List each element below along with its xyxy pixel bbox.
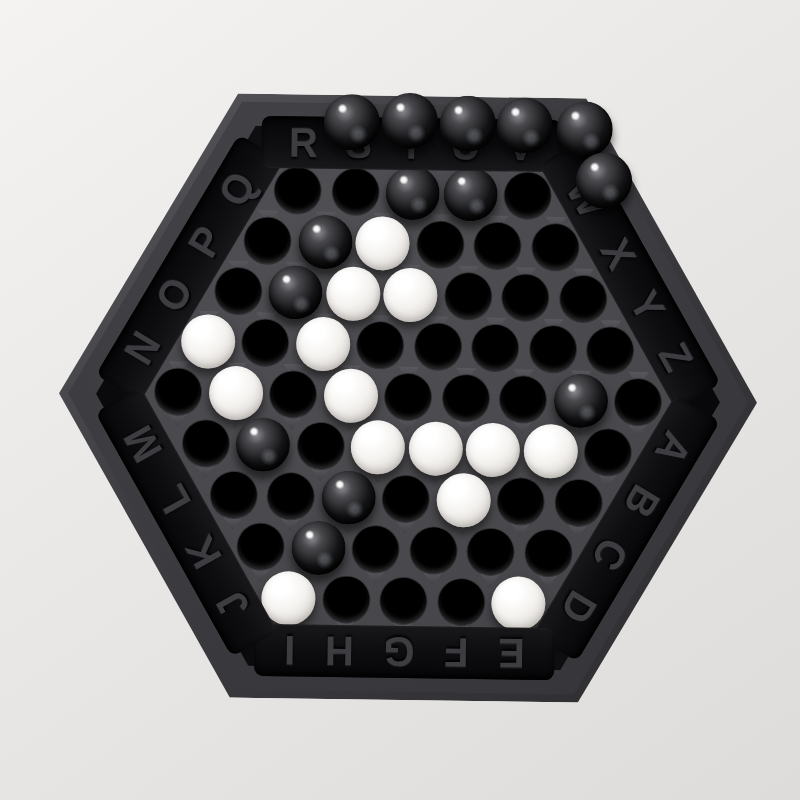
captured-black-marble[interactable] [323, 94, 380, 151]
abalone-board-photo: NOPQRSTUVWXYZABCDEFGHIJKLM [0, 0, 800, 800]
captured-black-marble[interactable] [556, 101, 613, 158]
captured-black-marble[interactable] [576, 152, 633, 209]
captured-black-marble[interactable] [381, 93, 438, 150]
captured-marbles-tray [0, 0, 800, 800]
captured-black-marble[interactable] [439, 95, 496, 152]
captured-black-marble[interactable] [496, 97, 553, 154]
